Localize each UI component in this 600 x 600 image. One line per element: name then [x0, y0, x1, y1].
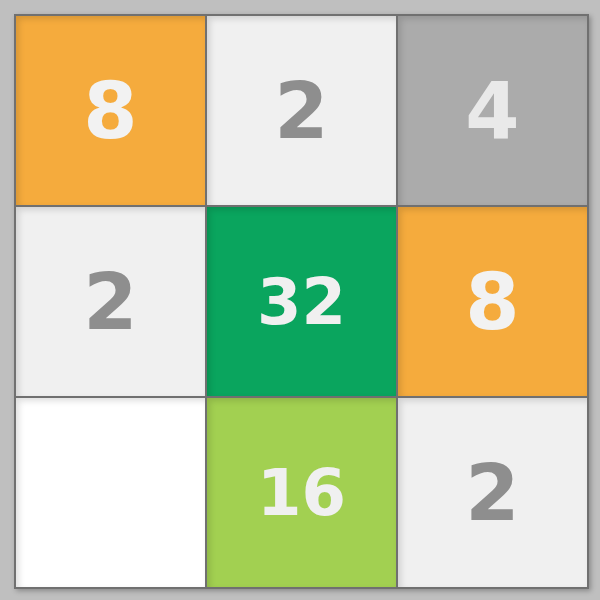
- tile-r3c1-empty: [16, 398, 205, 587]
- tile-r1c1: 8: [16, 16, 205, 205]
- tile-r1c2: 2: [207, 16, 396, 205]
- tile-r2c2: 32: [207, 207, 396, 396]
- tile-r3c2: 16: [207, 398, 396, 587]
- board-frame: 8 2 4 2 32 8 16 2: [0, 0, 600, 600]
- tile-r2c1: 2: [16, 207, 205, 396]
- tile-r2c3: 8: [398, 207, 587, 396]
- game-board-2048[interactable]: 8 2 4 2 32 8 16 2: [14, 14, 589, 589]
- tile-r3c3: 2: [398, 398, 587, 587]
- tile-r1c3: 4: [398, 16, 587, 205]
